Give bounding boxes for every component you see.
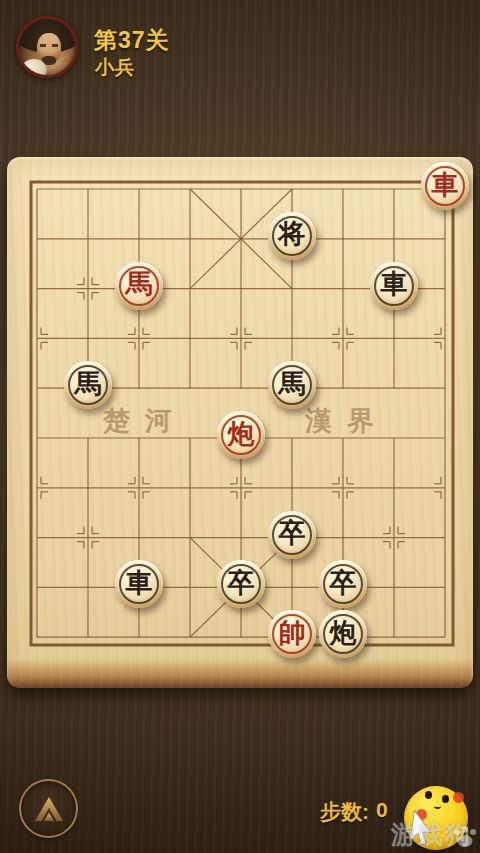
piece-glyph: 炮 [228,421,255,448]
avatar-eyes [40,44,58,47]
piece-glyph: 車 [381,271,408,298]
piece-black-7-2[interactable]: 車 [370,262,418,310]
mascot-eye-icon [425,791,432,799]
avatar-collar [21,59,47,78]
river-label-left: 楚河 [103,403,187,439]
chevron-up-icon [33,795,65,823]
piece-black-5-1[interactable]: 将 [268,212,316,260]
steps-label: 步数: [320,798,369,826]
piece-glyph: 車 [126,570,153,597]
mascot-mouth [434,802,441,809]
player-avatar[interactable] [16,16,78,78]
step-counter: 步数: 0 [320,798,388,826]
steps-value: 0 [376,798,388,826]
piece-black-1-4[interactable]: 馬 [64,361,112,409]
piece-red-5-9[interactable]: 帥 [268,610,316,658]
piece-black-6-9[interactable]: 炮 [319,610,367,658]
paw-icon [452,826,478,850]
piece-red-8-0[interactable]: 車 [421,162,469,210]
menu-button[interactable] [19,779,78,838]
piece-glyph: 卒 [279,520,306,547]
piece-black-5-4[interactable]: 馬 [268,361,316,409]
piece-glyph: 将 [279,221,306,248]
header: 第37关 小兵 [0,0,480,100]
river-label-right: 漢界 [305,403,389,439]
piece-glyph: 炮 [330,620,357,647]
piece-red-4-5[interactable]: 炮 [217,411,265,459]
piece-glyph: 車 [432,172,459,199]
piece-glyph: 馬 [279,371,306,398]
piece-glyph: 馬 [75,371,102,398]
piece-red-2-2[interactable]: 馬 [115,262,163,310]
level-label: 第37关 [94,25,170,56]
mascot-cheek [453,792,464,803]
xiangqi-board[interactable]: 楚河 漢界 車将馬車馬馬炮卒車卒卒帥炮 [7,157,473,688]
difficulty-label: 小兵 [95,55,135,81]
piece-glyph: 卒 [330,570,357,597]
mascot-eye-icon [442,795,449,803]
piece-glyph: 卒 [228,570,255,597]
piece-glyph: 馬 [126,271,153,298]
piece-glyph: 帥 [279,620,306,647]
piece-black-5-7[interactable]: 卒 [268,511,316,559]
